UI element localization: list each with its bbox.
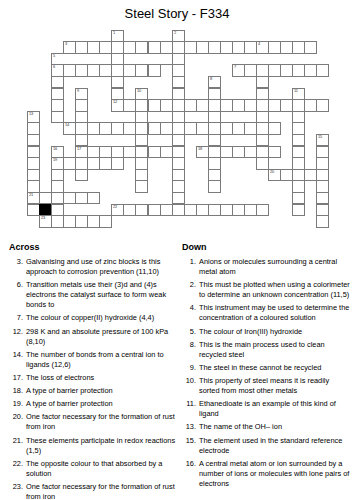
clue-number-label: 2 [174,31,176,35]
clue-number-label: 4 [258,42,260,46]
clue-number-label: 21 [29,193,33,197]
across-clue-3: 3.Galvanising and use of zinc blocks is … [8,257,177,277]
grid-cell[interactable] [99,215,112,228]
clue-text: Anions or molecules surrounding a centra… [199,257,351,277]
down-clues-column: Down 1.Anions or molecules surrounding a… [181,241,351,492]
down-clue-1: 1.Anions or molecules surrounding a cent… [181,257,351,277]
clue-num: 11. [181,399,199,419]
clue-num: 4. [181,303,199,323]
clue-text: The steel in these cannot be recycled [199,363,351,373]
clue-text: This instrument may be used to determine… [199,303,351,323]
across-clue-20: 20.One factor necessary for the formatio… [8,412,177,432]
grid-cell[interactable] [316,215,329,228]
clue-num: 19. [8,399,26,409]
clue-number-label: 6 [53,65,55,69]
clue-number-label: 8 [210,77,212,81]
clue-text: The colour of Iron(III) hydroxide [199,327,351,337]
grid-cell[interactable] [292,204,305,217]
clue-text: Galvanising and use of zinc blocks is th… [26,257,177,277]
down-clue-13: 13.The name of the OH– ion [181,422,351,432]
clue-text: 298 K and an absolute pressure of 100 kP… [26,327,177,347]
clue-text: Transition metals use their (3)d and (4)… [26,280,177,310]
clue-number-label: 11 [294,89,298,93]
clue-num: 13. [181,422,199,432]
clue-number-label: 13 [29,112,33,116]
clue-num: 23. [8,482,26,500]
clue-text: The element used in the standard referen… [199,436,351,456]
clue-number-label: 22 [113,205,117,209]
across-header: Across [9,241,177,253]
clue-num: 10. [181,376,199,396]
down-clue-2: 2.This must be plotted when using a colo… [181,280,351,300]
clue-num: 15. [181,436,199,456]
down-clue-4: 4.This instrument may be used to determi… [181,303,351,323]
clue-num: 5. [181,327,199,337]
clue-text: The colour of copper(II) hydroxide (4,4) [26,313,177,323]
down-clue-16: 16.A central metal atom or ion surrounde… [181,459,351,489]
down-clue-8: 8.This is the main process used to clean… [181,340,351,360]
across-clue-19: 19.A type of barrier protection [8,399,177,409]
clue-number-label: 7 [234,65,236,69]
clue-num: 8. [181,340,199,360]
clue-number-label: 14 [65,123,69,127]
clue-num: 22. [8,459,26,479]
grid-cell[interactable] [268,146,281,159]
across-clues-column: Across 3.Galvanising and use of zinc blo… [8,241,177,500]
clue-number-label: 19 [53,158,57,162]
clue-num: 7. [8,313,26,323]
grid-cell[interactable] [208,180,221,193]
clue-number-label: 23 [41,216,45,220]
grid-cell[interactable] [316,64,329,77]
clue-number-label: 16 [53,147,57,151]
clue-text: This is the main process used to clean r… [199,340,351,360]
across-clue-22: 22.The opposite colour to that absorbed … [8,459,177,479]
clue-text: A type of barrier protection [26,399,177,409]
crossword-grid: 1234567891011121314151617181920212223 [0,0,354,245]
clue-num: 9. [181,363,199,373]
across-clue-21: 21.These elements participate in redox r… [8,436,177,456]
clue-text: This property of steel means it is readi… [199,376,351,396]
clue-num: 18. [8,386,26,396]
clue-number-label: 18 [198,147,202,151]
grid-cell[interactable] [304,41,317,54]
across-clue-18: 18.A type of barrier protection [8,386,177,396]
clue-text: The name of the OH– ion [199,422,351,432]
clue-text: The loss of electrons [26,373,177,383]
down-clue-10: 10.This property of steel means it is re… [181,376,351,396]
clue-num: 14. [8,350,26,370]
grid-cell[interactable] [135,180,148,193]
down-clue-9: 9.The steel in these cannot be recycled [181,363,351,373]
clue-number-label: 1 [113,31,115,35]
clue-num: 3. [8,257,26,277]
grid-cell[interactable] [268,122,281,135]
clue-num: 6. [8,280,26,310]
clue-number-label: 15 [318,135,322,139]
grid-cell[interactable] [256,204,269,217]
clue-text: This must be plotted when using a colori… [199,280,351,300]
worksheet-page: Steel Story - F334 123456789101112131415… [0,0,354,500]
clue-num: 20. [8,412,26,432]
clue-num: 21. [8,436,26,456]
clue-text: Ethanedioate is an example of this kind … [199,399,351,419]
down-clue-11: 11.Ethanedioate is an example of this ki… [181,399,351,419]
clue-text: A central metal atom or ion surrounded b… [199,459,351,489]
clue-number-label: 10 [137,89,141,93]
clue-number-label: 17 [77,147,81,151]
across-clue-23: 23.One factor necessary for the formatio… [8,482,177,500]
grid-cell[interactable] [87,192,100,205]
clue-number-label: 9 [77,89,79,93]
across-clue-14: 14.The number of bonds from a central io… [8,350,177,370]
clue-num: 1. [181,257,199,277]
clue-text: One factor necessary for the formation o… [26,482,177,500]
clue-number-label: 5 [53,54,55,58]
clue-num: 16. [181,459,199,489]
down-header: Down [182,241,351,253]
grid-cell[interactable] [148,64,161,77]
clue-text: The opposite colour to that absorbed by … [26,459,177,479]
across-clue-6: 6.Transition metals use their (3)d and (… [8,280,177,310]
clue-number-label: 12 [113,100,117,104]
grid-cell[interactable] [111,157,124,170]
clue-num: 12. [8,327,26,347]
down-clue-5: 5.The colour of Iron(III) hydroxide [181,327,351,337]
clue-text: These elements participate in redox reac… [26,436,177,456]
clue-text: One factor necessary for the formation o… [26,412,177,432]
down-clue-15: 15.The element used in the standard refe… [181,436,351,456]
clue-num: 17. [8,373,26,383]
clue-text: The number of bonds from a central ion t… [26,350,177,370]
across-clue-7: 7.The colour of copper(II) hydroxide (4,… [8,313,177,323]
grid-cell[interactable] [316,99,329,112]
across-clue-12: 12.298 K and an absolute pressure of 100… [8,327,177,347]
clue-number-label: 20 [270,170,274,174]
clue-text: A type of barrier protection [26,386,177,396]
grid-cell[interactable] [75,169,88,182]
clue-num: 2. [181,280,199,300]
across-clue-17: 17.The loss of electrons [8,373,177,383]
clue-number-label: 3 [65,42,67,46]
